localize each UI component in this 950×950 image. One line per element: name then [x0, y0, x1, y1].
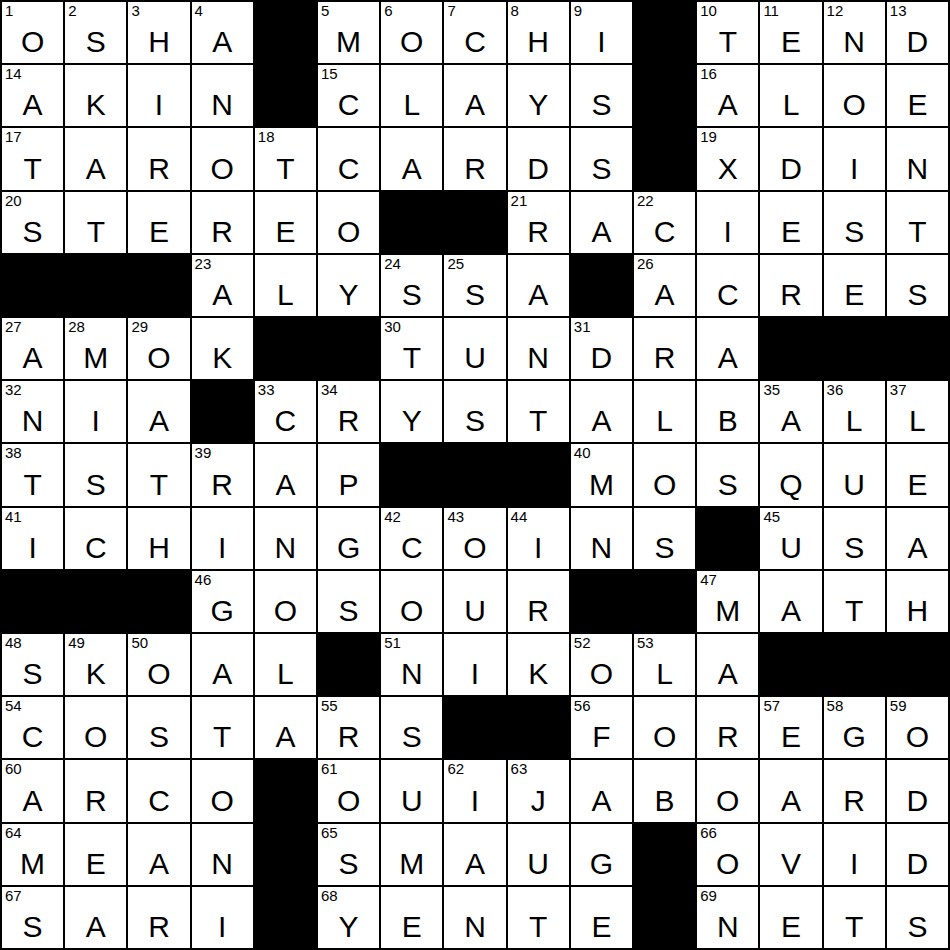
grid-cell[interactable]: A — [381, 128, 442, 189]
cell-letter: D — [591, 343, 613, 373]
cell-letter: M — [399, 849, 424, 879]
grid-cell[interactable]: H — [128, 508, 189, 569]
grid-cell[interactable]: I — [128, 65, 189, 126]
grid-cell[interactable]: 10T — [697, 2, 758, 63]
grid-cell[interactable]: T — [824, 571, 885, 632]
grid-cell[interactable]: R — [192, 192, 253, 253]
grid-cell[interactable]: M — [381, 824, 442, 885]
grid-cell[interactable]: S — [571, 128, 632, 189]
grid-cell[interactable]: C — [65, 508, 126, 569]
cell-letter: E — [844, 280, 864, 310]
grid-cell[interactable]: 57E — [760, 697, 821, 758]
grid-cell[interactable]: 21R — [508, 192, 569, 253]
grid-cell[interactable]: N — [192, 824, 253, 885]
grid-cell[interactable]: 1O — [2, 2, 63, 63]
grid-cell[interactable]: T — [824, 887, 885, 948]
grid-cell[interactable]: 60A — [2, 760, 63, 821]
grid-cell[interactable]: 30T — [381, 318, 442, 379]
grid-cell[interactable]: E — [65, 824, 126, 885]
grid-cell[interactable]: C — [697, 255, 758, 316]
grid-cell[interactable]: 41I — [2, 508, 63, 569]
grid-cell[interactable]: 18T — [255, 128, 316, 189]
grid-cell[interactable]: O — [65, 697, 126, 758]
cell-letter: S — [86, 27, 106, 57]
grid-cell[interactable]: C — [128, 760, 189, 821]
black-square — [508, 444, 569, 505]
clue-number: 40 — [574, 444, 591, 462]
cell-letter: R — [780, 280, 802, 310]
cell-letter: R — [843, 786, 865, 816]
grid-cell[interactable]: T — [508, 887, 569, 948]
grid-cell[interactable]: 51N — [381, 634, 442, 695]
cell-letter: R — [338, 722, 360, 752]
grid-cell[interactable]: Y — [381, 381, 442, 442]
grid-cell[interactable]: I — [824, 824, 885, 885]
cell-letter: T — [23, 154, 41, 184]
grid-cell[interactable]: T — [192, 697, 253, 758]
cell-letter: L — [846, 406, 863, 436]
black-square — [128, 571, 189, 632]
cell-letter: E — [781, 217, 801, 247]
clue-number: 10 — [700, 2, 717, 20]
grid-cell[interactable]: Y — [508, 65, 569, 126]
grid-cell[interactable]: 2S — [65, 2, 126, 63]
grid-cell[interactable]: 58G — [824, 697, 885, 758]
grid-cell[interactable]: 59O — [887, 697, 948, 758]
grid-cell[interactable]: A — [128, 824, 189, 885]
grid-cell[interactable]: R — [634, 318, 695, 379]
grid-cell[interactable]: Y — [318, 255, 379, 316]
grid-cell[interactable]: 15C — [318, 65, 379, 126]
black-square — [128, 255, 189, 316]
grid-cell[interactable]: 40M — [571, 444, 632, 505]
grid-cell[interactable]: S — [128, 697, 189, 758]
cell-letter: R — [211, 217, 233, 247]
grid-cell[interactable]: I — [444, 634, 505, 695]
grid-cell[interactable]: R — [128, 128, 189, 189]
grid-cell[interactable]: 63J — [508, 760, 569, 821]
grid-cell[interactable]: 48S — [2, 634, 63, 695]
grid-cell[interactable]: E — [760, 887, 821, 948]
grid-cell[interactable]: 4A — [192, 2, 253, 63]
grid-cell[interactable]: N — [255, 508, 316, 569]
cell-letter: S — [149, 722, 169, 752]
grid-cell[interactable]: O — [255, 571, 316, 632]
cell-letter: C — [148, 786, 170, 816]
clue-number: 45 — [763, 508, 780, 526]
cell-letter: T — [719, 27, 737, 57]
grid-cell[interactable]: N — [444, 887, 505, 948]
grid-cell[interactable]: 61O — [318, 760, 379, 821]
grid-cell[interactable]: G — [571, 824, 632, 885]
grid-cell[interactable]: T — [508, 381, 569, 442]
grid-cell[interactable]: A — [444, 824, 505, 885]
cell-letter: M — [589, 470, 614, 500]
clue-number: 54 — [5, 697, 22, 715]
grid-cell[interactable]: A — [760, 571, 821, 632]
grid-cell[interactable]: 24S — [381, 255, 442, 316]
grid-cell[interactable]: S — [381, 697, 442, 758]
grid-cell[interactable]: R — [760, 255, 821, 316]
cell-letter: I — [471, 659, 479, 689]
clue-number: 59 — [890, 697, 907, 715]
grid-cell[interactable]: 16A — [697, 65, 758, 126]
clue-number: 9 — [574, 2, 582, 20]
grid-cell[interactable]: O — [634, 444, 695, 505]
grid-cell[interactable]: 37L — [887, 381, 948, 442]
cell-letter: C — [85, 533, 107, 563]
cell-letter: O — [653, 722, 676, 752]
cell-letter: I — [850, 849, 858, 879]
grid-cell[interactable]: O — [697, 760, 758, 821]
cell-letter: C — [275, 406, 297, 436]
grid-cell[interactable]: S — [318, 571, 379, 632]
grid-cell[interactable]: S — [65, 444, 126, 505]
grid-cell[interactable]: 64M — [2, 824, 63, 885]
cell-letter: I — [155, 90, 163, 120]
cell-letter: R — [85, 786, 107, 816]
grid-cell[interactable]: I — [192, 508, 253, 569]
clue-number: 19 — [700, 128, 717, 146]
cell-letter: S — [23, 217, 43, 247]
cell-letter: A — [781, 786, 801, 816]
grid-cell[interactable]: 54C — [2, 697, 63, 758]
grid-cell[interactable]: 6O — [381, 2, 442, 63]
grid-cell[interactable]: I — [192, 887, 253, 948]
grid-cell[interactable]: 33C — [255, 381, 316, 442]
black-square — [824, 634, 885, 695]
grid-cell[interactable]: 28M — [65, 318, 126, 379]
grid-cell[interactable]: 42C — [381, 508, 442, 569]
grid-cell[interactable]: U — [444, 571, 505, 632]
grid-cell[interactable]: R — [824, 760, 885, 821]
grid-cell[interactable]: R — [65, 760, 126, 821]
clue-number: 37 — [890, 381, 907, 399]
grid-cell[interactable]: 65S — [318, 824, 379, 885]
grid-cell[interactable]: E — [887, 65, 948, 126]
grid-cell[interactable]: 47M — [697, 571, 758, 632]
grid-cell[interactable]: K — [192, 318, 253, 379]
grid-cell[interactable]: S — [571, 65, 632, 126]
grid-cell[interactable]: B — [634, 760, 695, 821]
grid-cell[interactable]: A — [887, 508, 948, 569]
clue-number: 25 — [447, 255, 464, 273]
grid-cell[interactable]: 3H — [128, 2, 189, 63]
grid-cell[interactable]: A — [508, 255, 569, 316]
cell-letter: O — [400, 27, 423, 57]
black-square — [571, 571, 632, 632]
grid-cell[interactable]: E — [571, 887, 632, 948]
cell-letter: N — [527, 343, 549, 373]
grid-cell[interactable]: S — [444, 381, 505, 442]
grid-cell[interactable]: B — [697, 381, 758, 442]
grid-cell[interactable]: V — [760, 824, 821, 885]
grid-cell[interactable]: 68Y — [318, 887, 379, 948]
grid-cell[interactable]: 13D — [887, 2, 948, 63]
cell-letter: D — [907, 27, 929, 57]
grid-cell[interactable]: G — [318, 508, 379, 569]
grid-cell[interactable]: O — [192, 760, 253, 821]
cell-letter: S — [23, 912, 43, 942]
grid-cell[interactable]: U — [508, 824, 569, 885]
cell-letter: T — [529, 912, 547, 942]
clue-number: 6 — [384, 2, 392, 20]
grid-cell[interactable]: Q — [760, 444, 821, 505]
grid-cell[interactable]: A — [571, 760, 632, 821]
grid-cell[interactable]: 12N — [824, 2, 885, 63]
grid-cell[interactable]: D — [887, 760, 948, 821]
grid-cell[interactable]: T — [887, 192, 948, 253]
grid-cell[interactable]: U — [381, 760, 442, 821]
clue-number: 58 — [827, 697, 844, 715]
grid-cell[interactable]: E — [760, 192, 821, 253]
clue-number: 63 — [511, 760, 528, 778]
cell-letter: C — [464, 27, 486, 57]
grid-cell[interactable]: K — [65, 65, 126, 126]
clue-number: 7 — [447, 2, 455, 20]
grid-cell[interactable]: 25S — [444, 255, 505, 316]
grid-cell[interactable]: 8H — [508, 2, 569, 63]
clue-number: 12 — [827, 2, 844, 20]
grid-cell[interactable]: 39R — [192, 444, 253, 505]
grid-cell[interactable]: A — [65, 887, 126, 948]
grid-cell[interactable]: 29O — [128, 318, 189, 379]
cell-letter: M — [715, 596, 740, 626]
grid-cell[interactable]: 31D — [571, 318, 632, 379]
cell-letter: I — [28, 533, 36, 563]
cell-letter: C — [338, 154, 360, 184]
cell-letter: N — [591, 533, 613, 563]
grid-cell[interactable]: 7C — [444, 2, 505, 63]
grid-cell[interactable]: 56F — [571, 697, 632, 758]
grid-cell[interactable]: U — [444, 318, 505, 379]
cell-letter: K — [86, 659, 106, 689]
cell-letter: A — [275, 470, 295, 500]
grid-cell[interactable]: S — [824, 508, 885, 569]
clue-number: 28 — [68, 318, 85, 336]
grid-cell[interactable]: C — [318, 128, 379, 189]
cell-letter: A — [591, 406, 611, 436]
grid-cell[interactable]: A — [571, 381, 632, 442]
cell-letter: A — [212, 27, 232, 57]
grid-cell[interactable]: A — [192, 634, 253, 695]
cell-letter: O — [716, 786, 739, 816]
grid-cell[interactable]: 35A — [760, 381, 821, 442]
grid-cell[interactable]: 55R — [318, 697, 379, 758]
grid-cell[interactable]: N — [571, 508, 632, 569]
clue-number: 23 — [195, 255, 212, 273]
grid-cell[interactable]: 5M — [318, 2, 379, 63]
grid-cell[interactable]: 69N — [697, 887, 758, 948]
grid-cell[interactable]: L — [381, 65, 442, 126]
cell-letter: A — [718, 659, 738, 689]
cell-letter: E — [149, 217, 169, 247]
grid-cell[interactable]: 17T — [2, 128, 63, 189]
grid-cell[interactable]: E — [128, 192, 189, 253]
grid-cell[interactable]: S — [887, 887, 948, 948]
cell-letter: H — [907, 596, 929, 626]
grid-cell[interactable]: 9I — [571, 2, 632, 63]
grid-cell[interactable]: 14A — [2, 65, 63, 126]
grid-cell[interactable]: R — [128, 887, 189, 948]
clue-number: 34 — [321, 381, 338, 399]
grid-cell[interactable]: K — [508, 634, 569, 695]
grid-cell[interactable]: S — [824, 192, 885, 253]
grid-cell[interactable]: U — [824, 444, 885, 505]
grid-cell[interactable]: A — [65, 128, 126, 189]
clue-number: 26 — [637, 255, 654, 273]
clue-number: 41 — [5, 508, 22, 526]
grid-cell[interactable]: R — [697, 697, 758, 758]
cell-letter: A — [275, 722, 295, 752]
grid-cell[interactable]: 67S — [2, 887, 63, 948]
grid-cell[interactable]: A — [444, 65, 505, 126]
cell-letter: S — [339, 849, 359, 879]
grid-cell[interactable]: A — [255, 697, 316, 758]
grid-cell[interactable]: 20S — [2, 192, 63, 253]
grid-cell[interactable]: 19X — [697, 128, 758, 189]
cell-letter: U — [464, 596, 486, 626]
grid-cell[interactable]: O — [192, 128, 253, 189]
grid-cell[interactable]: L — [760, 65, 821, 126]
grid-cell[interactable]: 46G — [192, 571, 253, 632]
grid-cell[interactable]: I — [65, 381, 126, 442]
grid-cell[interactable]: 53L — [634, 634, 695, 695]
cell-letter: R — [338, 406, 360, 436]
black-square — [444, 697, 505, 758]
grid-cell[interactable]: R — [508, 571, 569, 632]
grid-cell[interactable]: L — [255, 634, 316, 695]
grid-cell[interactable]: 44I — [508, 508, 569, 569]
cell-letter: E — [86, 849, 106, 879]
grid-cell[interactable]: E — [381, 887, 442, 948]
grid-cell[interactable]: A — [697, 318, 758, 379]
grid-cell[interactable]: S — [634, 508, 695, 569]
grid-cell[interactable]: E — [887, 444, 948, 505]
grid-cell[interactable]: 26A — [634, 255, 695, 316]
clue-number: 48 — [5, 634, 22, 652]
grid-cell[interactable]: L — [634, 381, 695, 442]
clue-number: 30 — [384, 318, 401, 336]
clue-number: 51 — [384, 634, 401, 652]
black-square — [192, 381, 253, 442]
black-square — [760, 318, 821, 379]
grid-cell[interactable]: P — [318, 444, 379, 505]
black-square — [255, 65, 316, 126]
grid-cell[interactable]: 62I — [444, 760, 505, 821]
cell-letter: R — [148, 912, 170, 942]
cell-letter: U — [464, 343, 486, 373]
grid-cell[interactable]: O — [634, 697, 695, 758]
grid-cell[interactable]: D — [887, 824, 948, 885]
cell-letter: L — [656, 659, 673, 689]
cell-letter: N — [907, 154, 929, 184]
black-square — [381, 192, 442, 253]
grid-cell[interactable]: 52O — [571, 634, 632, 695]
cell-letter: S — [339, 596, 359, 626]
cell-letter: O — [463, 533, 486, 563]
grid-cell[interactable]: N — [508, 318, 569, 379]
grid-cell[interactable]: 66O — [697, 824, 758, 885]
grid-cell[interactable]: 11E — [760, 2, 821, 63]
grid-cell[interactable]: E — [824, 255, 885, 316]
grid-cell[interactable]: N — [887, 128, 948, 189]
cell-letter: A — [86, 154, 106, 184]
grid-cell[interactable]: S — [887, 255, 948, 316]
grid-cell[interactable]: D — [508, 128, 569, 189]
cell-letter: A — [718, 343, 738, 373]
clue-number: 14 — [5, 65, 22, 83]
clue-number: 50 — [131, 634, 148, 652]
grid-cell[interactable]: D — [760, 128, 821, 189]
grid-cell[interactable]: A — [571, 192, 632, 253]
grid-cell[interactable]: I — [697, 192, 758, 253]
black-square — [634, 887, 695, 948]
grid-cell[interactable]: 34R — [318, 381, 379, 442]
grid-cell[interactable]: N — [192, 65, 253, 126]
clue-number: 18 — [258, 128, 275, 146]
grid-cell[interactable]: 27A — [2, 318, 63, 379]
grid-cell[interactable]: S — [697, 444, 758, 505]
grid-cell[interactable]: E — [255, 192, 316, 253]
grid-cell[interactable]: 49K — [65, 634, 126, 695]
cell-letter: S — [402, 280, 422, 310]
grid-cell[interactable]: 45U — [760, 508, 821, 569]
grid-cell[interactable]: 38T — [2, 444, 63, 505]
grid-cell[interactable]: A — [697, 634, 758, 695]
black-square — [760, 634, 821, 695]
grid-cell[interactable]: O — [318, 192, 379, 253]
grid-cell[interactable]: O — [824, 65, 885, 126]
cell-letter: E — [781, 722, 801, 752]
grid-cell[interactable]: 43O — [444, 508, 505, 569]
black-square — [634, 824, 695, 885]
cell-letter: K — [528, 659, 548, 689]
cell-letter: N — [717, 912, 739, 942]
grid-cell[interactable]: A — [255, 444, 316, 505]
cell-letter: A — [528, 280, 548, 310]
grid-cell[interactable]: 22C — [634, 192, 695, 253]
grid-cell[interactable]: T — [128, 444, 189, 505]
clue-number: 13 — [890, 2, 907, 20]
grid-cell[interactable]: L — [255, 255, 316, 316]
grid-cell[interactable]: A — [760, 760, 821, 821]
grid-cell[interactable]: I — [824, 128, 885, 189]
cell-letter: G — [843, 722, 866, 752]
cell-letter: N — [843, 27, 865, 57]
grid-cell[interactable]: 36L — [824, 381, 885, 442]
cell-letter: A — [23, 90, 43, 120]
clue-number: 39 — [195, 444, 212, 462]
cell-letter: Y — [402, 406, 422, 436]
cell-letter: T — [276, 154, 294, 184]
grid-cell[interactable]: 23A — [192, 255, 253, 316]
clue-number: 3 — [131, 2, 139, 20]
grid-cell[interactable]: 32N — [2, 381, 63, 442]
grid-cell[interactable]: A — [128, 381, 189, 442]
clue-number: 4 — [195, 2, 203, 20]
grid-cell[interactable]: R — [444, 128, 505, 189]
clue-number: 69 — [700, 887, 717, 905]
clue-number: 47 — [700, 571, 717, 589]
grid-cell[interactable]: H — [887, 571, 948, 632]
cell-letter: R — [717, 722, 739, 752]
grid-cell[interactable]: O — [381, 571, 442, 632]
cell-letter: A — [23, 343, 43, 373]
grid-cell[interactable]: 50O — [128, 634, 189, 695]
grid-cell[interactable]: T — [65, 192, 126, 253]
black-square — [2, 571, 63, 632]
